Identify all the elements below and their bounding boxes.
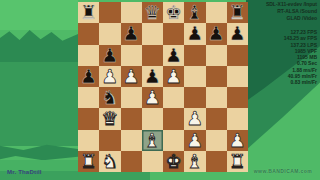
- black-queen: ♛: [144, 2, 161, 23]
- square-a7[interactable]: [78, 23, 99, 44]
- square-d7[interactable]: [142, 23, 163, 44]
- square-f7[interactable]: ♟: [184, 23, 205, 44]
- black-pawn: ♟: [165, 45, 182, 66]
- square-e7[interactable]: [163, 23, 184, 44]
- square-e3[interactable]: [163, 108, 184, 129]
- square-a2[interactable]: [78, 130, 99, 151]
- square-d2[interactable]: ♝: [142, 130, 163, 151]
- white-pawn: ♟: [101, 66, 118, 87]
- square-g8[interactable]: [206, 2, 227, 23]
- square-c5[interactable]: ♟: [121, 66, 142, 87]
- square-g7[interactable]: ♟: [206, 23, 227, 44]
- video-driver-label: GLAD /Video: [266, 15, 317, 22]
- square-f4[interactable]: [184, 87, 205, 108]
- square-c7[interactable]: ♟: [121, 23, 142, 44]
- square-d5[interactable]: ♟: [142, 66, 163, 87]
- square-g1[interactable]: [206, 151, 227, 172]
- white-king: ♚: [165, 151, 182, 172]
- square-g2[interactable]: [206, 130, 227, 151]
- square-b6[interactable]: ♟: [99, 45, 120, 66]
- black-pawn: ♟: [123, 23, 140, 44]
- driver-info: SDL-X11-evdev /Input RT-ALSA /Sound GLAD…: [266, 1, 317, 22]
- square-b2[interactable]: [99, 130, 120, 151]
- black-king: ♚: [165, 2, 182, 23]
- square-d6[interactable]: [142, 45, 163, 66]
- black-pawn: ♟: [186, 23, 203, 44]
- square-e2[interactable]: [163, 130, 184, 151]
- square-c1[interactable]: [121, 151, 142, 172]
- square-h1[interactable]: ♜: [227, 151, 248, 172]
- square-b3[interactable]: ♛: [99, 108, 120, 129]
- black-rook: ♜: [80, 2, 97, 23]
- square-c8[interactable]: [121, 2, 142, 23]
- square-f3[interactable]: ♟: [184, 108, 205, 129]
- square-d4[interactable]: ♟: [142, 87, 163, 108]
- background-meadow: [0, 62, 78, 146]
- square-h6[interactable]: [227, 45, 248, 66]
- white-pawn: ♟: [123, 66, 140, 87]
- square-c6[interactable]: [121, 45, 142, 66]
- recorder-watermark: www.BANDICAM.com: [254, 168, 312, 174]
- square-f8[interactable]: ♝: [184, 2, 205, 23]
- white-queen: ♛: [101, 108, 118, 129]
- black-pawn: ♟: [229, 23, 246, 44]
- white-rook: ♜: [229, 151, 246, 172]
- square-e5[interactable]: ♟: [163, 66, 184, 87]
- square-h3[interactable]: [227, 108, 248, 129]
- square-b7[interactable]: [99, 23, 120, 44]
- performance-stats: 127.23 FPS 143.25 av FPS 137.23 LPS 1985…: [284, 29, 317, 86]
- white-knight: ♞: [101, 151, 118, 172]
- white-pawn: ♟: [229, 130, 246, 151]
- stat-avg-fps: 143.25 av FPS: [284, 35, 317, 41]
- white-pawn: ♟: [186, 108, 203, 129]
- square-g4[interactable]: [206, 87, 227, 108]
- stat-mln-per-frame-2: 0.83 mln/Fr: [284, 79, 317, 85]
- square-c2[interactable]: [121, 130, 142, 151]
- square-e1[interactable]: ♚: [163, 151, 184, 172]
- white-pawn: ♟: [186, 130, 203, 151]
- square-h5[interactable]: [227, 66, 248, 87]
- square-f2[interactable]: ♟: [184, 130, 205, 151]
- square-d3[interactable]: [142, 108, 163, 129]
- square-d8[interactable]: ♛: [142, 2, 163, 23]
- square-b4[interactable]: ♞: [99, 87, 120, 108]
- square-b5[interactable]: ♟: [99, 66, 120, 87]
- white-pawn: ♟: [165, 66, 182, 87]
- square-a5[interactable]: ♟: [78, 66, 99, 87]
- square-h4[interactable]: [227, 87, 248, 108]
- black-knight: ♞: [101, 87, 118, 108]
- square-f5[interactable]: [184, 66, 205, 87]
- black-pawn: ♟: [101, 45, 118, 66]
- square-h2[interactable]: ♟: [227, 130, 248, 151]
- square-f1[interactable]: ♝: [184, 151, 205, 172]
- black-pawn: ♟: [144, 66, 161, 87]
- square-h8[interactable]: ♜: [227, 2, 248, 23]
- square-a8[interactable]: ♜: [78, 2, 99, 23]
- black-rook: ♜: [229, 2, 246, 23]
- black-pawn: ♟: [208, 23, 225, 44]
- input-driver-label: SDL-X11-evdev /Input: [266, 1, 317, 8]
- square-h7[interactable]: ♟: [227, 23, 248, 44]
- game-screen: ♜♛♚♝♜♟♟♟♟♟♟♟♟♟♟♟♞♟♛♟♝♟♟♜♞♚♝♜ SDL-X11-evd…: [0, 0, 320, 180]
- white-pawn: ♟: [144, 87, 161, 108]
- square-c4[interactable]: [121, 87, 142, 108]
- channel-watermark: Mr. ThaDtill: [7, 169, 42, 175]
- white-rook: ♜: [80, 151, 97, 172]
- black-pawn: ♟: [80, 66, 97, 87]
- square-a1[interactable]: ♜: [78, 151, 99, 172]
- white-bishop: ♝: [186, 151, 203, 172]
- square-c3[interactable]: [121, 108, 142, 129]
- square-e8[interactable]: ♚: [163, 2, 184, 23]
- square-a6[interactable]: [78, 45, 99, 66]
- square-g3[interactable]: [206, 108, 227, 129]
- square-e6[interactable]: ♟: [163, 45, 184, 66]
- square-b8[interactable]: [99, 2, 120, 23]
- black-bishop: ♝: [186, 2, 203, 23]
- square-g6[interactable]: [206, 45, 227, 66]
- square-d1[interactable]: [142, 151, 163, 172]
- square-g5[interactable]: [206, 66, 227, 87]
- square-a3[interactable]: [78, 108, 99, 129]
- square-a4[interactable]: [78, 87, 99, 108]
- square-b1[interactable]: ♞: [99, 151, 120, 172]
- white-bishop: ♝: [144, 130, 161, 151]
- square-e4[interactable]: [163, 87, 184, 108]
- chess-board[interactable]: ♜♛♚♝♜♟♟♟♟♟♟♟♟♟♟♟♞♟♛♟♝♟♟♜♞♚♝♜: [78, 2, 248, 172]
- sound-driver-label: RT-ALSA /Sound: [266, 8, 317, 15]
- square-f6[interactable]: [184, 45, 205, 66]
- background-sky-band: [0, 0, 78, 30]
